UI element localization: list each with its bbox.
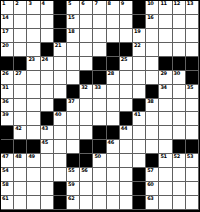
- grid-cell-r14c3[interactable]: [27, 182, 40, 196]
- grid-cell-r9c1[interactable]: 39: [1, 112, 14, 126]
- grid-cell-r9c2[interactable]: [14, 112, 27, 126]
- grid-cell-r13c7[interactable]: 56: [80, 168, 93, 182]
- black-cell-r1c11: [133, 1, 146, 15]
- clue-number-10: 10: [147, 1, 153, 6]
- clue-number-34: 34: [160, 85, 166, 90]
- grid-cell-r4c6[interactable]: [67, 43, 80, 57]
- grid-cell-r7c10[interactable]: [120, 85, 133, 99]
- grid-cell-r1c1[interactable]: 1: [1, 1, 14, 15]
- clue-number-63: 63: [147, 196, 153, 201]
- clue-number-44: 44: [121, 126, 127, 131]
- grid-cell-r10c5[interactable]: [54, 126, 67, 140]
- black-cell-r3c5: [54, 29, 67, 43]
- grid-cell-r6c9[interactable]: 28: [107, 71, 120, 85]
- black-cell-r12c12: [146, 154, 159, 168]
- grid-cell-r7c9[interactable]: [107, 85, 120, 99]
- grid-cell-r9c12[interactable]: [146, 112, 159, 126]
- clue-number-37: 37: [68, 99, 74, 104]
- black-cell-r5c1: [1, 57, 14, 71]
- grid-cell-r4c2[interactable]: [14, 43, 27, 57]
- grid-cell-r7c2[interactable]: [14, 85, 27, 99]
- clue-number-18: 18: [68, 29, 74, 34]
- grid-cell-r4c15[interactable]: [186, 43, 199, 57]
- grid-cell-r14c9[interactable]: [107, 182, 120, 196]
- grid-cell-r2c14[interactable]: [173, 15, 186, 29]
- grid-cell-r7c4[interactable]: [41, 85, 54, 99]
- grid-cell-r12c3[interactable]: 49: [27, 154, 40, 168]
- clue-number-45: 45: [42, 140, 48, 145]
- grid-cell-r8c13[interactable]: [159, 99, 172, 113]
- grid-cell-r5c3[interactable]: 23: [27, 57, 40, 71]
- grid-cell-r11c11[interactable]: [133, 140, 146, 154]
- grid-cell-r13c12[interactable]: 57: [146, 168, 159, 182]
- black-cell-r5c2: [14, 57, 27, 71]
- clue-number-7: 7: [94, 1, 97, 6]
- clue-number-31: 31: [2, 85, 8, 90]
- grid-cell-r6c1[interactable]: 26: [1, 71, 14, 85]
- grid-cell-r12c5[interactable]: [54, 154, 67, 168]
- clue-number-6: 6: [81, 1, 84, 6]
- grid-cell-r12c14[interactable]: 52: [173, 154, 186, 168]
- grid-cell-r13c5[interactable]: [54, 168, 67, 182]
- clue-number-43: 43: [42, 126, 48, 131]
- grid-cell-r12c1[interactable]: 47: [1, 154, 14, 168]
- grid-cell-r2c4[interactable]: [41, 15, 54, 29]
- grid-cell-r3c8[interactable]: [93, 29, 106, 43]
- grid-cell-r13c3[interactable]: [27, 168, 40, 182]
- grid-cell-r6c4[interactable]: [41, 71, 54, 85]
- grid-cell-r14c15[interactable]: [186, 182, 199, 196]
- clue-number-30: 30: [174, 71, 180, 76]
- grid-cell-r13c9[interactable]: [107, 168, 120, 182]
- grid-cell-r8c14[interactable]: [173, 99, 186, 113]
- grid-cell-r9c11[interactable]: 41: [133, 112, 146, 126]
- grid-cell-r8c4[interactable]: [41, 99, 54, 113]
- grid-cell-r3c13[interactable]: [159, 29, 172, 43]
- clue-number-24: 24: [42, 57, 48, 62]
- grid-cell-r12c8[interactable]: 50: [93, 154, 106, 168]
- grid-cell-r2c6[interactable]: 15: [67, 15, 80, 29]
- clue-number-48: 48: [15, 154, 21, 159]
- black-cell-r15c5: [54, 196, 67, 210]
- grid-cell-r5c10[interactable]: 25: [120, 57, 133, 71]
- black-cell-r7c12: [146, 85, 159, 99]
- grid-cell-r11c6[interactable]: [67, 140, 80, 154]
- clue-number-61: 61: [2, 196, 8, 201]
- grid-cell-r13c2[interactable]: [14, 168, 27, 182]
- grid-cell-r7c1[interactable]: 31: [1, 85, 14, 99]
- black-cell-r14c5: [54, 182, 67, 196]
- clue-number-9: 9: [121, 1, 124, 6]
- clue-number-35: 35: [187, 85, 193, 90]
- grid-cell-r9c9[interactable]: [107, 112, 120, 126]
- clue-number-41: 41: [134, 112, 140, 117]
- clue-number-26: 26: [2, 71, 8, 76]
- grid-cell-r13c8[interactable]: [93, 168, 106, 182]
- grid-cell-r15c4[interactable]: [41, 196, 54, 210]
- grid-cell-r2c9[interactable]: [107, 15, 120, 29]
- grid-cell-r2c8[interactable]: [93, 15, 106, 29]
- grid-cell-r6c5[interactable]: [54, 71, 67, 85]
- grid-cell-r6c3[interactable]: [27, 71, 40, 85]
- black-cell-r11c14: [173, 140, 186, 154]
- grid-cell-r8c8[interactable]: [93, 99, 106, 113]
- grid-cell-r3c4[interactable]: [41, 29, 54, 43]
- grid-cell-r6c10[interactable]: [120, 71, 133, 85]
- grid-cell-r1c12[interactable]: 10: [146, 1, 159, 15]
- clue-number-47: 47: [2, 154, 8, 159]
- clue-number-33: 33: [94, 85, 100, 90]
- grid-cell-r3c3[interactable]: [27, 29, 40, 43]
- grid-cell-r9c8[interactable]: [93, 112, 106, 126]
- grid-cell-r3c10[interactable]: [120, 29, 133, 43]
- grid-cell-r11c9[interactable]: 46: [107, 140, 120, 154]
- clue-number-25: 25: [121, 57, 127, 62]
- grid-cell-r15c13[interactable]: [159, 196, 172, 210]
- grid-cell-r4c7[interactable]: [80, 43, 93, 57]
- grid-cell-r7c7[interactable]: 32: [80, 85, 93, 99]
- grid-cell-r10c11[interactable]: [133, 126, 146, 140]
- black-cell-r6c8: [93, 71, 106, 85]
- black-cell-r2c11: [133, 15, 146, 29]
- black-cell-r12c7: [80, 154, 93, 168]
- grid-cell-r10c4[interactable]: 43: [41, 126, 54, 140]
- grid-cell-r14c10[interactable]: [120, 182, 133, 196]
- clue-number-32: 32: [81, 85, 87, 90]
- black-cell-r8c11: [133, 99, 146, 113]
- clue-number-50: 50: [94, 154, 100, 159]
- grid-cell-r6c12[interactable]: [146, 71, 159, 85]
- clue-number-22: 22: [134, 43, 140, 48]
- grid-cell-r3c6[interactable]: 18: [67, 29, 80, 43]
- grid-cell-r8c6[interactable]: 37: [67, 99, 80, 113]
- clue-number-54: 54: [2, 168, 8, 173]
- grid-cell-r13c4[interactable]: [41, 168, 54, 182]
- clue-number-49: 49: [28, 154, 34, 159]
- grid-cell-r15c15[interactable]: [186, 196, 199, 210]
- black-cell-r2c5: [54, 15, 67, 29]
- clue-number-12: 12: [174, 1, 180, 6]
- black-cell-r11c3: [27, 140, 40, 154]
- grid-cell-r13c14[interactable]: [173, 168, 186, 182]
- grid-cell-r4c11[interactable]: 22: [133, 43, 146, 57]
- black-cell-r11c15: [186, 140, 199, 154]
- grid-cell-r12c11[interactable]: [133, 154, 146, 168]
- grid-cell-r9c14[interactable]: [173, 112, 186, 126]
- grid-cell-r7c8[interactable]: 33: [93, 85, 106, 99]
- black-cell-r5c8: [93, 57, 106, 71]
- grid-cell-r1c10[interactable]: 9: [120, 1, 133, 15]
- grid-cell-r14c14[interactable]: [173, 182, 186, 196]
- grid-cell-r8c7[interactable]: [80, 99, 93, 113]
- grid-cell-r2c13[interactable]: [159, 15, 172, 29]
- black-cell-r1c5: [54, 1, 67, 15]
- black-cell-r8c5: [54, 99, 67, 113]
- grid-cell-r10c7[interactable]: [80, 126, 93, 140]
- grid-cell-r10c15[interactable]: [186, 126, 199, 140]
- clue-number-28: 28: [108, 71, 114, 76]
- grid-cell-r10c13[interactable]: [159, 126, 172, 140]
- grid-cell-r9c13[interactable]: [159, 112, 172, 126]
- grid-cell-r15c6[interactable]: 62: [67, 196, 80, 210]
- clue-number-14: 14: [2, 15, 8, 20]
- black-cell-r5c14: [173, 57, 186, 71]
- grid-cell-r2c1[interactable]: 14: [1, 15, 14, 29]
- grid-cell-r9c15[interactable]: [186, 112, 199, 126]
- grid-cell-r4c12[interactable]: [146, 43, 159, 57]
- clue-number-36: 36: [2, 99, 8, 104]
- grid-cell-r10c6[interactable]: [67, 126, 80, 140]
- black-cell-r15c11: [133, 196, 146, 210]
- black-cell-r4c10: [120, 43, 133, 57]
- grid-cell-r9c5[interactable]: 40: [54, 112, 67, 126]
- clue-number-5: 5: [68, 1, 71, 6]
- grid-cell-r14c2[interactable]: [14, 182, 27, 196]
- grid-cell-r8c15[interactable]: [186, 99, 199, 113]
- clue-number-19: 19: [134, 29, 140, 34]
- black-cell-r13c11: [133, 168, 146, 182]
- black-cell-r7c6: [67, 85, 80, 99]
- grid-cell-r3c9[interactable]: [107, 29, 120, 43]
- grid-cell-r2c15[interactable]: [186, 15, 199, 29]
- grid-cell-r12c4[interactable]: [41, 154, 54, 168]
- clue-number-15: 15: [68, 15, 74, 20]
- grid-cell-r9c6[interactable]: [67, 112, 80, 126]
- grid-cell-r12c10[interactable]: [120, 154, 133, 168]
- clue-number-58: 58: [2, 182, 8, 187]
- clue-number-23: 23: [28, 57, 34, 62]
- grid-cell-r7c5[interactable]: [54, 85, 67, 99]
- grid-cell-r10c12[interactable]: [146, 126, 159, 140]
- grid-cell-r3c12[interactable]: [146, 29, 159, 43]
- clue-number-13: 13: [187, 1, 193, 6]
- grid-cell-r8c12[interactable]: 38: [146, 99, 159, 113]
- grid-cell-r14c8[interactable]: [93, 182, 106, 196]
- clue-number-55: 55: [68, 168, 74, 173]
- grid-cell-r1c2[interactable]: 2: [14, 1, 27, 15]
- grid-cell-r3c14[interactable]: [173, 29, 186, 43]
- black-cell-r10c9: [107, 126, 120, 140]
- grid-cell-r15c12[interactable]: 63: [146, 196, 159, 210]
- grid-cell-r5c12[interactable]: [146, 57, 159, 71]
- black-cell-r9c4: [41, 112, 54, 126]
- grid-cell-r10c2[interactable]: 42: [14, 126, 27, 140]
- black-cell-r4c4: [41, 43, 54, 57]
- black-cell-r11c2: [14, 140, 27, 154]
- clue-number-3: 3: [28, 1, 31, 6]
- grid-cell-r6c2[interactable]: 27: [14, 71, 27, 85]
- grid-cell-r4c14[interactable]: [173, 43, 186, 57]
- grid-cell-r14c1[interactable]: 58: [1, 182, 14, 196]
- clue-number-62: 62: [68, 196, 74, 201]
- grid-cell-r11c12[interactable]: [146, 140, 159, 154]
- grid-cell-r11c13[interactable]: [159, 140, 172, 154]
- grid-cell-r15c2[interactable]: [14, 196, 27, 210]
- clue-number-16: 16: [147, 15, 153, 20]
- grid-cell-r1c4[interactable]: 4: [41, 1, 54, 15]
- crossword-grid: 1234567891011121314151617181920212223242…: [0, 0, 200, 212]
- grid-cell-r13c1[interactable]: 54: [1, 168, 14, 182]
- grid-cell-r15c9[interactable]: [107, 196, 120, 210]
- grid-cell-r1c7[interactable]: 6: [80, 1, 93, 15]
- clue-number-52: 52: [174, 154, 180, 159]
- clue-number-53: 53: [187, 154, 193, 159]
- grid-cell-r7c14[interactable]: [173, 85, 186, 99]
- grid-cell-r6c14[interactable]: 30: [173, 71, 186, 85]
- black-cell-r9c10: [120, 112, 133, 126]
- grid-cell-r11c4[interactable]: 45: [41, 140, 54, 154]
- grid-cell-r15c1[interactable]: 61: [1, 196, 14, 210]
- grid-cell-r7c3[interactable]: [27, 85, 40, 99]
- grid-cell-r10c14[interactable]: [173, 126, 186, 140]
- clue-number-38: 38: [147, 99, 153, 104]
- grid-cell-r4c3[interactable]: [27, 43, 40, 57]
- grid-cell-r14c6[interactable]: 59: [67, 182, 80, 196]
- black-cell-r5c15: [186, 57, 199, 71]
- black-cell-r10c1: [1, 126, 14, 140]
- grid-cell-r2c2[interactable]: [14, 15, 27, 29]
- grid-cell-r8c1[interactable]: 36: [1, 99, 14, 113]
- clue-number-39: 39: [2, 112, 8, 117]
- black-cell-r5c9: [107, 57, 120, 71]
- clue-number-21: 21: [55, 43, 61, 48]
- grid-cell-r4c5[interactable]: 21: [54, 43, 67, 57]
- grid-cell-r11c10[interactable]: [120, 140, 133, 154]
- grid-cell-r10c3[interactable]: [27, 126, 40, 140]
- grid-cell-r7c11[interactable]: [133, 85, 146, 99]
- black-cell-r11c8: [93, 140, 106, 154]
- clue-number-11: 11: [160, 1, 166, 6]
- grid-cell-r12c9[interactable]: [107, 154, 120, 168]
- black-cell-r10c8: [93, 126, 106, 140]
- grid-cell-r14c13[interactable]: [159, 182, 172, 196]
- grid-cell-r3c15[interactable]: [186, 29, 199, 43]
- grid-cell-r6c13[interactable]: 29: [159, 71, 172, 85]
- clue-number-29: 29: [160, 71, 166, 76]
- clue-number-2: 2: [15, 1, 18, 6]
- grid-cell-r1c3[interactable]: 3: [27, 1, 40, 15]
- clue-number-57: 57: [147, 168, 153, 173]
- clue-number-27: 27: [15, 71, 21, 76]
- clue-number-20: 20: [2, 43, 8, 48]
- grid-cell-r4c8[interactable]: [93, 43, 106, 57]
- grid-cell-r15c14[interactable]: [173, 196, 186, 210]
- clue-number-46: 46: [108, 140, 114, 145]
- clue-number-4: 4: [42, 1, 45, 6]
- black-cell-r11c1: [1, 140, 14, 154]
- grid-cell-r2c10[interactable]: [120, 15, 133, 29]
- grid-cell-r1c9[interactable]: 8: [107, 1, 120, 15]
- grid-cell-r4c1[interactable]: 20: [1, 43, 14, 57]
- grid-cell-r13c6[interactable]: 55: [67, 168, 80, 182]
- grid-cell-r9c7[interactable]: [80, 112, 93, 126]
- grid-cell-r14c4[interactable]: [41, 182, 54, 196]
- grid-cell-r14c12[interactable]: 60: [146, 182, 159, 196]
- grid-cell-r13c13[interactable]: [159, 168, 172, 182]
- grid-cell-r2c12[interactable]: 16: [146, 15, 159, 29]
- grid-cell-r5c4[interactable]: 24: [41, 57, 54, 71]
- grid-cell-r11c5[interactable]: [54, 140, 67, 154]
- grid-cell-r1c13[interactable]: 11: [159, 1, 172, 15]
- grid-cell-r8c10[interactable]: [120, 99, 133, 113]
- clue-number-1: 1: [2, 1, 5, 6]
- black-cell-r14c11: [133, 182, 146, 196]
- grid-cell-r3c11[interactable]: 19: [133, 29, 146, 43]
- clue-number-40: 40: [55, 112, 61, 117]
- clue-number-42: 42: [15, 126, 21, 131]
- grid-cell-r2c7[interactable]: [80, 15, 93, 29]
- grid-cell-r2c3[interactable]: [27, 15, 40, 29]
- grid-cell-r12c15[interactable]: 53: [186, 154, 199, 168]
- clue-number-60: 60: [147, 182, 153, 187]
- black-cell-r6c7: [80, 71, 93, 85]
- grid-cell-r15c10[interactable]: [120, 196, 133, 210]
- grid-cell-r14c7[interactable]: [80, 182, 93, 196]
- grid-cell-r13c10[interactable]: [120, 168, 133, 182]
- grid-cell-r8c9[interactable]: [107, 99, 120, 113]
- clue-number-17: 17: [2, 29, 8, 34]
- grid-cell-r10c10[interactable]: 44: [120, 126, 133, 140]
- black-cell-r4c9: [107, 43, 120, 57]
- black-cell-r11c7: [80, 140, 93, 154]
- grid-cell-r8c2[interactable]: [14, 99, 27, 113]
- grid-cell-r5c5[interactable]: [54, 57, 67, 71]
- grid-cell-r12c13[interactable]: 51: [159, 154, 172, 168]
- grid-cell-r3c1[interactable]: 17: [1, 29, 14, 43]
- grid-cell-r5c6[interactable]: [67, 57, 80, 71]
- grid-cell-r1c14[interactable]: 12: [173, 1, 186, 15]
- clue-number-56: 56: [81, 168, 87, 173]
- grid-cell-r8c3[interactable]: [27, 99, 40, 113]
- clue-number-51: 51: [160, 154, 166, 159]
- grid-cell-r7c15[interactable]: 35: [186, 85, 199, 99]
- grid-cell-r7c13[interactable]: 34: [159, 85, 172, 99]
- grid-cell-r12c2[interactable]: 48: [14, 154, 27, 168]
- grid-cell-r1c6[interactable]: 5: [67, 1, 80, 15]
- clue-number-8: 8: [108, 1, 111, 6]
- grid-cell-r6c11[interactable]: [133, 71, 146, 85]
- grid-cell-r5c11[interactable]: [133, 57, 146, 71]
- grid-cell-r1c15[interactable]: 13: [186, 1, 199, 15]
- grid-cell-r3c2[interactable]: [14, 29, 27, 43]
- clue-number-59: 59: [68, 182, 74, 187]
- black-cell-r6c15: [186, 71, 199, 85]
- grid-cell-r4c13[interactable]: [159, 43, 172, 57]
- grid-cell-r9c3[interactable]: [27, 112, 40, 126]
- grid-cell-r15c3[interactable]: [27, 196, 40, 210]
- grid-cell-r15c7[interactable]: [80, 196, 93, 210]
- grid-cell-r5c7[interactable]: [80, 57, 93, 71]
- black-cell-r5c13: [159, 57, 172, 71]
- grid-cell-r13c15[interactable]: [186, 168, 199, 182]
- grid-cell-r3c7[interactable]: [80, 29, 93, 43]
- black-cell-r12c6: [67, 154, 80, 168]
- grid-cell-r6c6[interactable]: [67, 71, 80, 85]
- grid-cell-r15c8[interactable]: [93, 196, 106, 210]
- grid-cell-r1c8[interactable]: 7: [93, 1, 106, 15]
